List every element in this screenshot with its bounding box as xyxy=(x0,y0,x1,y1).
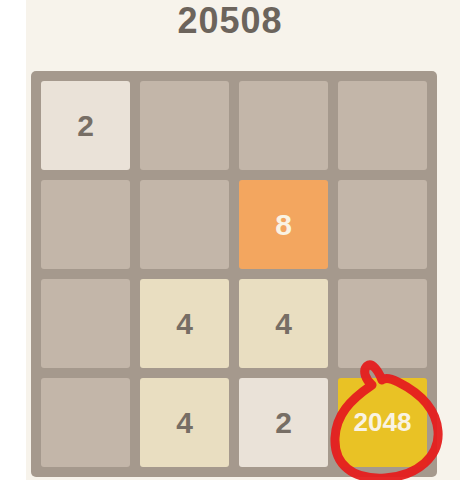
score-display: 20508 xyxy=(0,0,460,44)
empty-cell-r3c1 xyxy=(41,279,130,368)
tile-r3c3-4: 4 xyxy=(239,279,328,368)
empty-cell-r3c4 xyxy=(338,279,427,368)
empty-cell-r1c4 xyxy=(338,81,427,170)
empty-cell-r2c4 xyxy=(338,180,427,269)
empty-cell-r1c3 xyxy=(239,81,328,170)
game-board[interactable]: 2844422048 xyxy=(31,71,437,477)
2048-app: 20508 2844422048 xyxy=(0,0,460,480)
empty-cell-r1c2 xyxy=(140,81,229,170)
tile-r1c1-2: 2 xyxy=(41,81,130,170)
tile-r4c4-2048: 2048 xyxy=(338,378,427,467)
empty-cell-r4c1 xyxy=(41,378,130,467)
tile-r2c3-8: 8 xyxy=(239,180,328,269)
left-margin-strip xyxy=(0,0,26,480)
tile-r4c3-2: 2 xyxy=(239,378,328,467)
empty-cell-r2c2 xyxy=(140,180,229,269)
empty-cell-r2c1 xyxy=(41,180,130,269)
tile-r3c2-4: 4 xyxy=(140,279,229,368)
tile-r4c2-4: 4 xyxy=(140,378,229,467)
